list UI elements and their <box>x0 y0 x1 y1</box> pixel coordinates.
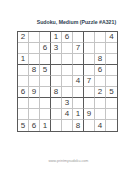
page-title: Sudoku, Medium (Puzzle #A321) <box>37 19 116 24</box>
cell-r1c9: 4 <box>106 32 117 43</box>
cell-r2c9 <box>106 43 117 54</box>
cell-r7c9 <box>106 98 117 109</box>
cell-r7c5: 3 <box>62 98 73 109</box>
cell-r6c2: 9 <box>29 87 40 98</box>
cell-r7c1 <box>18 98 29 109</box>
cell-r9c3: 1 <box>40 120 51 131</box>
cell-r7c2 <box>29 98 40 109</box>
cell-r6c8: 2 <box>95 87 106 98</box>
cell-r5c3 <box>40 76 51 87</box>
cell-r5c9 <box>106 76 117 87</box>
cell-r6c4: 8 <box>51 87 62 98</box>
cell-r7c3 <box>40 98 51 109</box>
cell-r1c6 <box>73 32 84 43</box>
cell-r4c7 <box>84 65 95 76</box>
cell-r3c5 <box>62 54 73 65</box>
cell-r6c6 <box>73 87 84 98</box>
sudoku-sheet: Sudoku, Medium (Puzzle #A321) 2164637188… <box>0 0 136 176</box>
cell-r2c7 <box>84 43 95 54</box>
cell-r2c3: 6 <box>40 43 51 54</box>
cell-r7c4 <box>51 98 62 109</box>
cell-r5c2 <box>29 76 40 87</box>
cell-r5c6: 4 <box>73 76 84 87</box>
cell-r9c4 <box>51 120 62 131</box>
cell-r8c7: 9 <box>84 109 95 120</box>
cell-r8c3 <box>40 109 51 120</box>
cell-r8c2 <box>29 109 40 120</box>
cell-r5c7: 7 <box>84 76 95 87</box>
cell-r9c2: 6 <box>29 120 40 131</box>
cell-r5c4 <box>51 76 62 87</box>
cell-r2c1 <box>18 43 29 54</box>
cell-r4c3: 5 <box>40 65 51 76</box>
cell-r7c7 <box>84 98 95 109</box>
cell-r5c1 <box>18 76 29 87</box>
cell-r8c4 <box>51 109 62 120</box>
cell-r8c9 <box>106 109 117 120</box>
cell-r2c4: 3 <box>51 43 62 54</box>
cell-r6c1: 6 <box>18 87 29 98</box>
cell-r4c9 <box>106 65 117 76</box>
cell-r3c3 <box>40 54 51 65</box>
cell-r8c6: 1 <box>73 109 84 120</box>
cell-r2c5 <box>62 43 73 54</box>
cell-r9c6: 8 <box>73 120 84 131</box>
cell-r4c2: 8 <box>29 65 40 76</box>
title-row: Sudoku, Medium (Puzzle #A321) <box>0 11 136 29</box>
cell-r3c6 <box>73 54 84 65</box>
cell-r3c9 <box>106 54 117 65</box>
footer-row: www.printmysudoku.com <box>0 150 136 168</box>
cell-r1c4: 1 <box>51 32 62 43</box>
cell-r6c3 <box>40 87 51 98</box>
cell-r4c5 <box>62 65 73 76</box>
cell-r5c8 <box>95 76 106 87</box>
cell-r4c1 <box>18 65 29 76</box>
cell-r4c4 <box>51 65 62 76</box>
cell-r9c8: 4 <box>95 120 106 131</box>
sudoku-board: 2164637188564769825341956184 <box>17 31 118 132</box>
cell-r2c6: 7 <box>73 43 84 54</box>
cell-r1c3 <box>40 32 51 43</box>
cell-r4c6 <box>73 65 84 76</box>
cell-r1c8 <box>95 32 106 43</box>
cell-r3c1: 1 <box>18 54 29 65</box>
cell-r1c2 <box>29 32 40 43</box>
cell-r6c9: 5 <box>106 87 117 98</box>
cell-r3c4 <box>51 54 62 65</box>
cell-r7c8 <box>95 98 106 109</box>
footer-url: www.printmysudoku.com <box>48 159 88 163</box>
cell-r6c5 <box>62 87 73 98</box>
cell-r2c8 <box>95 43 106 54</box>
cell-r3c8: 8 <box>95 54 106 65</box>
cell-r3c7 <box>84 54 95 65</box>
cell-r9c5 <box>62 120 73 131</box>
cell-r6c7 <box>84 87 95 98</box>
cell-r4c8: 6 <box>95 65 106 76</box>
cell-r1c7 <box>84 32 95 43</box>
cell-r7c6 <box>73 98 84 109</box>
cell-r5c5 <box>62 76 73 87</box>
cell-r9c7 <box>84 120 95 131</box>
cell-r9c9 <box>106 120 117 131</box>
cell-r2c2 <box>29 43 40 54</box>
cell-r8c1 <box>18 109 29 120</box>
cell-r8c8 <box>95 109 106 120</box>
cell-r9c1: 5 <box>18 120 29 131</box>
cell-r1c1: 2 <box>18 32 29 43</box>
cell-r1c5: 6 <box>62 32 73 43</box>
cell-r3c2 <box>29 54 40 65</box>
cell-r8c5: 4 <box>62 109 73 120</box>
